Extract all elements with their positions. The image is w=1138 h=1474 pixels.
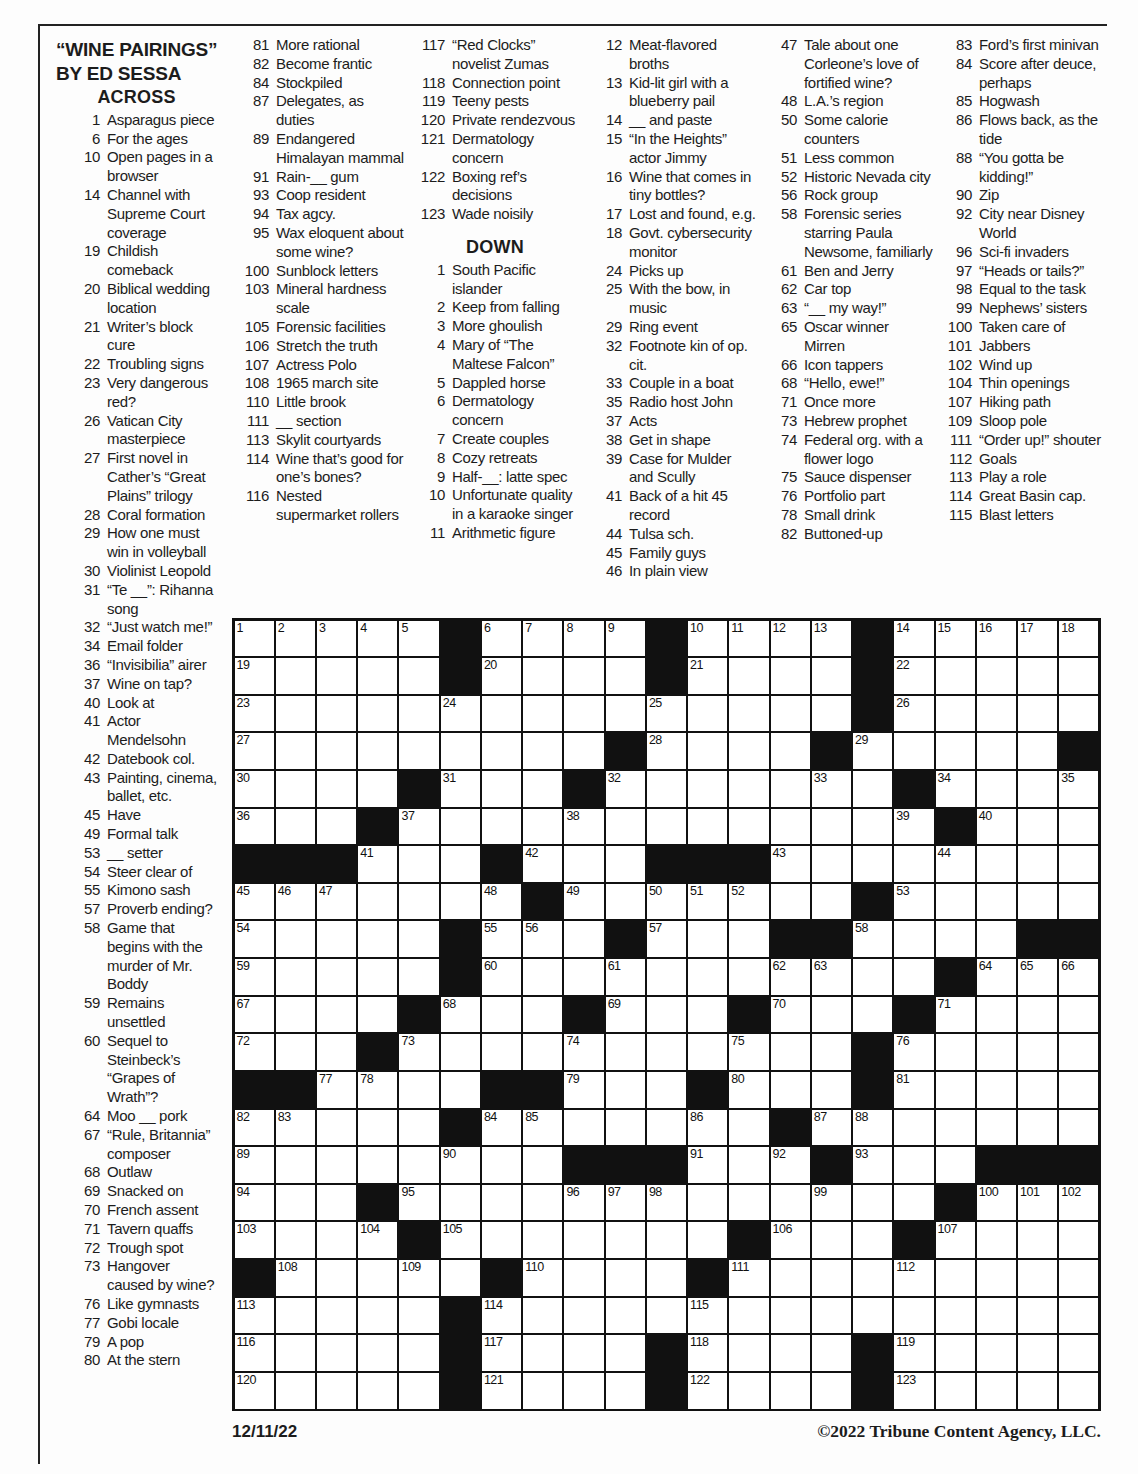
grid-cell-r11c19[interactable]	[977, 997, 1016, 1033]
grid-cell-r10c9[interactable]	[564, 959, 603, 995]
grid-cell-r2c20[interactable]	[1018, 658, 1057, 694]
grid-cell-r3c20[interactable]	[1018, 696, 1057, 732]
grid-cell-r3c15[interactable]	[812, 696, 851, 732]
grid-cell-r17c19[interactable]	[977, 1222, 1016, 1258]
grid-cell-r15c4[interactable]	[358, 1147, 397, 1183]
grid-cell-r18c20[interactable]	[1018, 1260, 1057, 1296]
grid-cell-r14c19[interactable]	[977, 1110, 1016, 1146]
grid-cell-r16c7[interactable]	[482, 1185, 521, 1221]
grid-cell-r10c11[interactable]	[647, 959, 686, 995]
grid-cell-r2c8[interactable]	[523, 658, 562, 694]
grid-cell-r19c1[interactable]: 113	[235, 1298, 274, 1334]
grid-cell-r21c18[interactable]	[936, 1373, 975, 1409]
grid-cell-r10c5[interactable]	[399, 959, 438, 995]
grid-cell-r21c12[interactable]: 122	[688, 1373, 727, 1409]
grid-cell-r6c11[interactable]	[647, 809, 686, 845]
grid-cell-r4c13[interactable]	[729, 733, 768, 769]
grid-cell-r11c14[interactable]: 70	[771, 997, 810, 1033]
grid-cell-r2c12[interactable]: 21	[688, 658, 727, 694]
grid-cell-r20c3[interactable]	[317, 1335, 356, 1371]
grid-cell-r11c15[interactable]	[812, 997, 851, 1033]
grid-cell-r2c15[interactable]	[812, 658, 851, 694]
grid-cell-r8c12[interactable]: 51	[688, 884, 727, 920]
grid-cell-r9c13[interactable]	[729, 921, 768, 957]
grid-cell-r12c21[interactable]	[1059, 1034, 1098, 1070]
grid-cell-r19c21[interactable]	[1059, 1298, 1098, 1334]
grid-cell-r7c4[interactable]: 41	[358, 846, 397, 882]
grid-cell-r3c3[interactable]	[317, 696, 356, 732]
grid-cell-r6c9[interactable]: 38	[564, 809, 603, 845]
grid-cell-r3c13[interactable]	[729, 696, 768, 732]
grid-cell-r6c13[interactable]	[729, 809, 768, 845]
grid-cell-r14c3[interactable]	[317, 1110, 356, 1146]
grid-cell-r6c2[interactable]	[276, 809, 315, 845]
grid-cell-r18c21[interactable]	[1059, 1260, 1098, 1296]
grid-cell-r8c7[interactable]: 48	[482, 884, 521, 920]
grid-cell-r20c5[interactable]	[399, 1335, 438, 1371]
grid-cell-r13c9[interactable]: 79	[564, 1072, 603, 1108]
grid-cell-r12c15[interactable]	[812, 1034, 851, 1070]
grid-cell-r8c15[interactable]	[812, 884, 851, 920]
grid-cell-r21c9[interactable]	[564, 1373, 603, 1409]
grid-cell-r5c13[interactable]	[729, 771, 768, 807]
grid-cell-r2c9[interactable]	[564, 658, 603, 694]
grid-cell-r16c16[interactable]	[853, 1185, 892, 1221]
grid-cell-r7c14[interactable]: 43	[771, 846, 810, 882]
grid-cell-r16c21[interactable]: 102	[1059, 1185, 1098, 1221]
grid-cell-r19c20[interactable]	[1018, 1298, 1057, 1334]
grid-cell-r13c20[interactable]	[1018, 1072, 1057, 1108]
grid-cell-r19c13[interactable]	[729, 1298, 768, 1334]
grid-cell-r17c10[interactable]	[606, 1222, 645, 1258]
grid-cell-r8c21[interactable]	[1059, 884, 1098, 920]
grid-cell-r19c10[interactable]	[606, 1298, 645, 1334]
grid-cell-r8c5[interactable]	[399, 884, 438, 920]
grid-cell-r19c8[interactable]	[523, 1298, 562, 1334]
grid-cell-r7c20[interactable]	[1018, 846, 1057, 882]
grid-cell-r6c8[interactable]	[523, 809, 562, 845]
grid-cell-r15c5[interactable]	[399, 1147, 438, 1183]
grid-cell-r13c3[interactable]: 77	[317, 1072, 356, 1108]
grid-cell-r3c7[interactable]	[482, 696, 521, 732]
grid-cell-r14c8[interactable]: 85	[523, 1110, 562, 1146]
grid-cell-r18c19[interactable]	[977, 1260, 1016, 1296]
grid-cell-r20c20[interactable]	[1018, 1335, 1057, 1371]
grid-cell-r13c21[interactable]	[1059, 1072, 1098, 1108]
grid-cell-r15c6[interactable]: 90	[441, 1147, 480, 1183]
grid-cell-r21c3[interactable]	[317, 1373, 356, 1409]
grid-cell-r9c19[interactable]	[977, 921, 1016, 957]
grid-cell-r9c11[interactable]: 57	[647, 921, 686, 957]
grid-cell-r13c11[interactable]	[647, 1072, 686, 1108]
grid-cell-r1c7[interactable]: 6	[482, 621, 521, 657]
grid-cell-r4c16[interactable]: 29	[853, 733, 892, 769]
grid-cell-r8c2[interactable]: 46	[276, 884, 315, 920]
grid-cell-r17c16[interactable]	[853, 1222, 892, 1258]
grid-cell-r18c5[interactable]: 109	[399, 1260, 438, 1296]
grid-cell-r14c7[interactable]: 84	[482, 1110, 521, 1146]
grid-cell-r12c8[interactable]	[523, 1034, 562, 1070]
grid-cell-r20c12[interactable]: 118	[688, 1335, 727, 1371]
grid-cell-r1c5[interactable]: 5	[399, 621, 438, 657]
grid-cell-r14c12[interactable]: 86	[688, 1110, 727, 1146]
grid-cell-r11c12[interactable]	[688, 997, 727, 1033]
grid-cell-r6c1[interactable]: 36	[235, 809, 274, 845]
grid-cell-r12c2[interactable]	[276, 1034, 315, 1070]
grid-cell-r20c1[interactable]: 116	[235, 1335, 274, 1371]
grid-cell-r5c18[interactable]: 34	[936, 771, 975, 807]
grid-cell-r12c12[interactable]	[688, 1034, 727, 1070]
grid-cell-r14c13[interactable]	[729, 1110, 768, 1146]
grid-cell-r16c13[interactable]	[729, 1185, 768, 1221]
grid-cell-r6c14[interactable]	[771, 809, 810, 845]
grid-cell-r20c9[interactable]	[564, 1335, 603, 1371]
grid-cell-r1c21[interactable]: 18	[1059, 621, 1098, 657]
grid-cell-r8c3[interactable]: 47	[317, 884, 356, 920]
grid-cell-r4c8[interactable]	[523, 733, 562, 769]
grid-cell-r9c9[interactable]	[564, 921, 603, 957]
grid-cell-r7c21[interactable]	[1059, 846, 1098, 882]
grid-cell-r21c17[interactable]: 123	[894, 1373, 933, 1409]
grid-cell-r14c17[interactable]	[894, 1110, 933, 1146]
grid-cell-r11c16[interactable]	[853, 997, 892, 1033]
grid-cell-r1c13[interactable]: 11	[729, 621, 768, 657]
grid-cell-r9c8[interactable]: 56	[523, 921, 562, 957]
grid-cell-r3c18[interactable]	[936, 696, 975, 732]
grid-cell-r16c1[interactable]: 94	[235, 1185, 274, 1221]
grid-cell-r21c2[interactable]	[276, 1373, 315, 1409]
grid-cell-r5c20[interactable]	[1018, 771, 1057, 807]
grid-cell-r16c10[interactable]: 97	[606, 1185, 645, 1221]
grid-cell-r15c14[interactable]: 92	[771, 1147, 810, 1183]
grid-cell-r17c9[interactable]	[564, 1222, 603, 1258]
grid-cell-r19c14[interactable]	[771, 1298, 810, 1334]
grid-cell-r6c7[interactable]	[482, 809, 521, 845]
grid-cell-r8c14[interactable]	[771, 884, 810, 920]
grid-cell-r17c3[interactable]	[317, 1222, 356, 1258]
grid-cell-r10c13[interactable]	[729, 959, 768, 995]
grid-cell-r15c8[interactable]	[523, 1147, 562, 1183]
grid-cell-r10c7[interactable]: 60	[482, 959, 521, 995]
grid-cell-r4c4[interactable]	[358, 733, 397, 769]
grid-cell-r13c10[interactable]	[606, 1072, 645, 1108]
grid-cell-r3c11[interactable]: 25	[647, 696, 686, 732]
grid-cell-r1c4[interactable]: 4	[358, 621, 397, 657]
grid-cell-r21c14[interactable]	[771, 1373, 810, 1409]
grid-cell-r21c21[interactable]	[1059, 1373, 1098, 1409]
grid-cell-r1c12[interactable]: 10	[688, 621, 727, 657]
grid-cell-r14c21[interactable]	[1059, 1110, 1098, 1146]
grid-cell-r2c17[interactable]: 22	[894, 658, 933, 694]
grid-cell-r9c5[interactable]	[399, 921, 438, 957]
grid-cell-r8c13[interactable]: 52	[729, 884, 768, 920]
grid-cell-r12c5[interactable]: 73	[399, 1034, 438, 1070]
grid-cell-r16c19[interactable]: 100	[977, 1185, 1016, 1221]
grid-cell-r1c3[interactable]: 3	[317, 621, 356, 657]
grid-cell-r17c11[interactable]	[647, 1222, 686, 1258]
grid-cell-r2c3[interactable]	[317, 658, 356, 694]
grid-cell-r2c10[interactable]	[606, 658, 645, 694]
grid-cell-r18c8[interactable]: 110	[523, 1260, 562, 1296]
grid-cell-r17c12[interactable]	[688, 1222, 727, 1258]
grid-cell-r1c14[interactable]: 12	[771, 621, 810, 657]
grid-cell-r5c12[interactable]	[688, 771, 727, 807]
grid-cell-r21c19[interactable]	[977, 1373, 1016, 1409]
grid-cell-r21c7[interactable]: 121	[482, 1373, 521, 1409]
grid-cell-r12c13[interactable]: 75	[729, 1034, 768, 1070]
grid-cell-r6c17[interactable]: 39	[894, 809, 933, 845]
grid-cell-r15c7[interactable]	[482, 1147, 521, 1183]
grid-cell-r19c4[interactable]	[358, 1298, 397, 1334]
grid-cell-r10c16[interactable]	[853, 959, 892, 995]
grid-cell-r16c2[interactable]	[276, 1185, 315, 1221]
grid-cell-r18c14[interactable]	[771, 1260, 810, 1296]
grid-cell-r4c9[interactable]	[564, 733, 603, 769]
grid-cell-r16c12[interactable]	[688, 1185, 727, 1221]
grid-cell-r15c12[interactable]: 91	[688, 1147, 727, 1183]
grid-cell-r21c5[interactable]	[399, 1373, 438, 1409]
grid-cell-r11c11[interactable]	[647, 997, 686, 1033]
grid-cell-r3c2[interactable]	[276, 696, 315, 732]
grid-cell-r7c10[interactable]	[606, 846, 645, 882]
grid-cell-r5c19[interactable]	[977, 771, 1016, 807]
grid-cell-r10c19[interactable]: 64	[977, 959, 1016, 995]
grid-cell-r3c14[interactable]	[771, 696, 810, 732]
grid-cell-r19c15[interactable]	[812, 1298, 851, 1334]
grid-cell-r17c20[interactable]	[1018, 1222, 1057, 1258]
grid-cell-r8c11[interactable]: 50	[647, 884, 686, 920]
grid-cell-r5c15[interactable]: 33	[812, 771, 851, 807]
grid-cell-r6c5[interactable]: 37	[399, 809, 438, 845]
grid-cell-r7c17[interactable]	[894, 846, 933, 882]
grid-cell-r13c4[interactable]: 78	[358, 1072, 397, 1108]
grid-cell-r7c5[interactable]	[399, 846, 438, 882]
grid-cell-r11c3[interactable]	[317, 997, 356, 1033]
grid-cell-r20c8[interactable]	[523, 1335, 562, 1371]
grid-cell-r20c13[interactable]	[729, 1335, 768, 1371]
grid-cell-r6c15[interactable]	[812, 809, 851, 845]
grid-cell-r14c18[interactable]	[936, 1110, 975, 1146]
grid-cell-r2c2[interactable]	[276, 658, 315, 694]
grid-cell-r8c17[interactable]: 53	[894, 884, 933, 920]
grid-cell-r19c3[interactable]	[317, 1298, 356, 1334]
grid-cell-r16c17[interactable]	[894, 1185, 933, 1221]
grid-cell-r3c10[interactable]	[606, 696, 645, 732]
grid-cell-r12c19[interactable]	[977, 1034, 1016, 1070]
grid-cell-r20c19[interactable]	[977, 1335, 1016, 1371]
grid-cell-r12c6[interactable]	[441, 1034, 480, 1070]
grid-cell-r15c3[interactable]	[317, 1147, 356, 1183]
grid-cell-r7c16[interactable]	[853, 846, 892, 882]
grid-cell-r8c18[interactable]	[936, 884, 975, 920]
grid-cell-r20c14[interactable]	[771, 1335, 810, 1371]
grid-cell-r13c6[interactable]	[441, 1072, 480, 1108]
grid-cell-r14c4[interactable]	[358, 1110, 397, 1146]
grid-cell-r17c1[interactable]: 103	[235, 1222, 274, 1258]
grid-cell-r14c16[interactable]: 88	[853, 1110, 892, 1146]
grid-cell-r4c12[interactable]	[688, 733, 727, 769]
grid-cell-r13c18[interactable]	[936, 1072, 975, 1108]
grid-cell-r14c1[interactable]: 82	[235, 1110, 274, 1146]
grid-cell-r7c9[interactable]	[564, 846, 603, 882]
grid-cell-r7c19[interactable]	[977, 846, 1016, 882]
grid-cell-r16c6[interactable]	[441, 1185, 480, 1221]
grid-cell-r6c10[interactable]	[606, 809, 645, 845]
grid-cell-r17c6[interactable]: 105	[441, 1222, 480, 1258]
grid-cell-r5c14[interactable]	[771, 771, 810, 807]
grid-cell-r14c2[interactable]: 83	[276, 1110, 315, 1146]
grid-cell-r8c9[interactable]: 49	[564, 884, 603, 920]
grid-cell-r14c15[interactable]: 87	[812, 1110, 851, 1146]
grid-cell-r19c11[interactable]	[647, 1298, 686, 1334]
grid-cell-r2c19[interactable]	[977, 658, 1016, 694]
grid-cell-r15c13[interactable]	[729, 1147, 768, 1183]
grid-cell-r12c7[interactable]	[482, 1034, 521, 1070]
grid-cell-r12c14[interactable]	[771, 1034, 810, 1070]
grid-cell-r15c18[interactable]	[936, 1147, 975, 1183]
grid-cell-r10c8[interactable]	[523, 959, 562, 995]
grid-cell-r20c2[interactable]	[276, 1335, 315, 1371]
grid-cell-r19c18[interactable]	[936, 1298, 975, 1334]
grid-cell-r9c12[interactable]	[688, 921, 727, 957]
grid-cell-r12c11[interactable]	[647, 1034, 686, 1070]
grid-cell-r6c19[interactable]: 40	[977, 809, 1016, 845]
grid-cell-r21c20[interactable]	[1018, 1373, 1057, 1409]
grid-cell-r17c7[interactable]	[482, 1222, 521, 1258]
grid-cell-r10c20[interactable]: 65	[1018, 959, 1057, 995]
grid-cell-r12c20[interactable]	[1018, 1034, 1057, 1070]
grid-cell-r20c15[interactable]	[812, 1335, 851, 1371]
grid-cell-r7c8[interactable]: 42	[523, 846, 562, 882]
grid-cell-r16c3[interactable]	[317, 1185, 356, 1221]
grid-cell-r20c10[interactable]	[606, 1335, 645, 1371]
grid-cell-r13c13[interactable]: 80	[729, 1072, 768, 1108]
grid-cell-r11c10[interactable]: 69	[606, 997, 645, 1033]
grid-cell-r5c6[interactable]: 31	[441, 771, 480, 807]
grid-cell-r5c7[interactable]	[482, 771, 521, 807]
grid-cell-r5c8[interactable]	[523, 771, 562, 807]
grid-cell-r7c18[interactable]: 44	[936, 846, 975, 882]
grid-cell-r1c1[interactable]: 1	[235, 621, 274, 657]
grid-cell-r4c3[interactable]	[317, 733, 356, 769]
grid-cell-r4c19[interactable]	[977, 733, 1016, 769]
grid-cell-r10c14[interactable]: 62	[771, 959, 810, 995]
grid-cell-r3c1[interactable]: 23	[235, 696, 274, 732]
grid-cell-r21c13[interactable]	[729, 1373, 768, 1409]
grid-cell-r21c15[interactable]	[812, 1373, 851, 1409]
grid-cell-r13c17[interactable]: 81	[894, 1072, 933, 1108]
grid-cell-r20c7[interactable]: 117	[482, 1335, 521, 1371]
grid-cell-r1c2[interactable]: 2	[276, 621, 315, 657]
grid-cell-r21c1[interactable]: 120	[235, 1373, 274, 1409]
grid-cell-r7c15[interactable]	[812, 846, 851, 882]
grid-cell-r20c18[interactable]	[936, 1335, 975, 1371]
grid-cell-r17c8[interactable]	[523, 1222, 562, 1258]
grid-cell-r19c7[interactable]: 114	[482, 1298, 521, 1334]
grid-cell-r17c14[interactable]: 106	[771, 1222, 810, 1258]
grid-cell-r4c2[interactable]	[276, 733, 315, 769]
grid-cell-r9c18[interactable]	[936, 921, 975, 957]
grid-cell-r11c8[interactable]	[523, 997, 562, 1033]
grid-cell-r3c4[interactable]	[358, 696, 397, 732]
grid-cell-r14c5[interactable]	[399, 1110, 438, 1146]
grid-cell-r16c11[interactable]: 98	[647, 1185, 686, 1221]
grid-cell-r11c21[interactable]	[1059, 997, 1098, 1033]
grid-cell-r15c17[interactable]	[894, 1147, 933, 1183]
grid-cell-r20c4[interactable]	[358, 1335, 397, 1371]
grid-cell-r2c18[interactable]	[936, 658, 975, 694]
grid-cell-r19c2[interactable]	[276, 1298, 315, 1334]
grid-cell-r17c4[interactable]: 104	[358, 1222, 397, 1258]
grid-cell-r11c7[interactable]	[482, 997, 521, 1033]
grid-cell-r16c8[interactable]	[523, 1185, 562, 1221]
grid-cell-r2c14[interactable]	[771, 658, 810, 694]
grid-cell-r7c6[interactable]	[441, 846, 480, 882]
grid-cell-r14c11[interactable]	[647, 1110, 686, 1146]
grid-cell-r9c4[interactable]	[358, 921, 397, 957]
grid-cell-r11c20[interactable]	[1018, 997, 1057, 1033]
grid-cell-r18c4[interactable]	[358, 1260, 397, 1296]
grid-cell-r19c17[interactable]	[894, 1298, 933, 1334]
grid-cell-r19c19[interactable]	[977, 1298, 1016, 1334]
grid-cell-r3c8[interactable]	[523, 696, 562, 732]
grid-cell-r9c3[interactable]	[317, 921, 356, 957]
grid-cell-r5c1[interactable]: 30	[235, 771, 274, 807]
grid-cell-r5c2[interactable]	[276, 771, 315, 807]
grid-cell-r10c3[interactable]	[317, 959, 356, 995]
grid-cell-r10c2[interactable]	[276, 959, 315, 995]
grid-cell-r19c9[interactable]	[564, 1298, 603, 1334]
grid-cell-r4c7[interactable]	[482, 733, 521, 769]
grid-cell-r17c15[interactable]	[812, 1222, 851, 1258]
grid-cell-r10c12[interactable]	[688, 959, 727, 995]
grid-cell-r6c21[interactable]	[1059, 809, 1098, 845]
grid-cell-r15c16[interactable]: 93	[853, 1147, 892, 1183]
grid-cell-r15c1[interactable]: 89	[235, 1147, 274, 1183]
grid-cell-r9c17[interactable]	[894, 921, 933, 957]
grid-cell-r18c2[interactable]: 108	[276, 1260, 315, 1296]
grid-cell-r5c11[interactable]	[647, 771, 686, 807]
grid-cell-r4c18[interactable]	[936, 733, 975, 769]
grid-cell-r6c12[interactable]	[688, 809, 727, 845]
grid-cell-r21c4[interactable]	[358, 1373, 397, 1409]
grid-cell-r2c1[interactable]: 19	[235, 658, 274, 694]
grid-cell-r6c20[interactable]	[1018, 809, 1057, 845]
grid-cell-r4c17[interactable]	[894, 733, 933, 769]
grid-cell-r19c5[interactable]	[399, 1298, 438, 1334]
grid-cell-r4c14[interactable]	[771, 733, 810, 769]
grid-cell-r20c17[interactable]: 119	[894, 1335, 933, 1371]
grid-cell-r19c12[interactable]: 115	[688, 1298, 727, 1334]
grid-cell-r5c10[interactable]: 32	[606, 771, 645, 807]
grid-cell-r17c2[interactable]	[276, 1222, 315, 1258]
grid-cell-r21c10[interactable]	[606, 1373, 645, 1409]
grid-cell-r14c10[interactable]	[606, 1110, 645, 1146]
grid-cell-r13c15[interactable]	[812, 1072, 851, 1108]
grid-cell-r10c21[interactable]: 66	[1059, 959, 1098, 995]
grid-cell-r4c11[interactable]: 28	[647, 733, 686, 769]
grid-cell-r4c1[interactable]: 27	[235, 733, 274, 769]
grid-cell-r10c15[interactable]: 63	[812, 959, 851, 995]
grid-cell-r16c14[interactable]	[771, 1185, 810, 1221]
grid-cell-r8c1[interactable]: 45	[235, 884, 274, 920]
grid-cell-r1c17[interactable]: 14	[894, 621, 933, 657]
grid-cell-r18c13[interactable]: 111	[729, 1260, 768, 1296]
grid-cell-r10c10[interactable]: 61	[606, 959, 645, 995]
grid-cell-r4c5[interactable]	[399, 733, 438, 769]
grid-cell-r1c18[interactable]: 15	[936, 621, 975, 657]
grid-cell-r3c17[interactable]: 26	[894, 696, 933, 732]
